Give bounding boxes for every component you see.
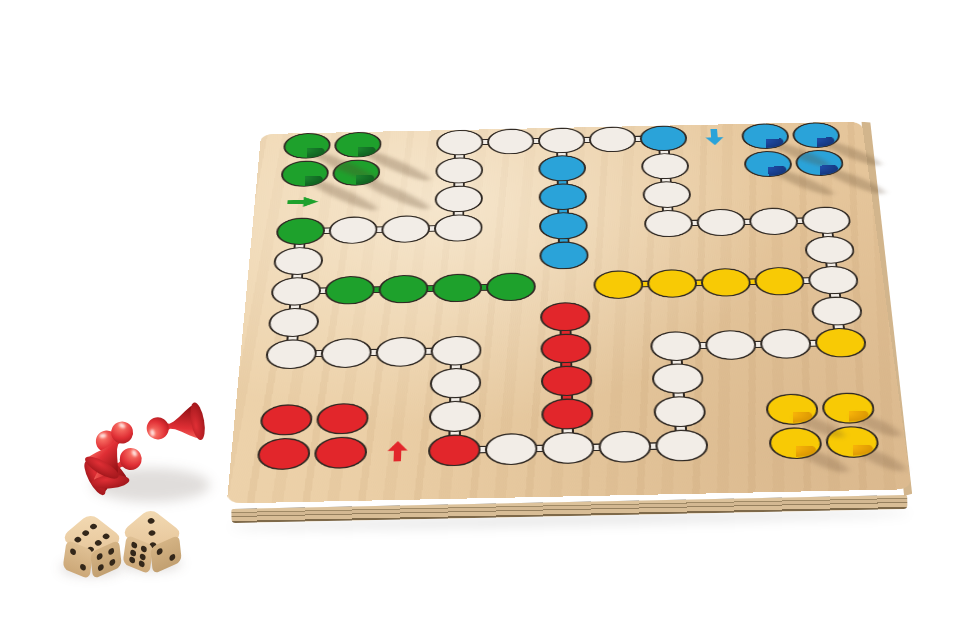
green-home-field[interactable] bbox=[486, 272, 536, 301]
pawn-head bbox=[783, 396, 807, 420]
yellow-home-field[interactable] bbox=[700, 268, 752, 297]
pawn-head bbox=[107, 418, 137, 448]
pawn-head bbox=[346, 102, 367, 123]
blue-home-field[interactable] bbox=[538, 155, 586, 182]
red-home-field[interactable] bbox=[541, 398, 594, 430]
track-field[interactable] bbox=[328, 216, 378, 244]
die-pip bbox=[108, 547, 114, 556]
die-pip bbox=[89, 523, 98, 531]
track-field[interactable] bbox=[434, 185, 483, 213]
track-field[interactable] bbox=[429, 368, 481, 399]
red-pawn[interactable] bbox=[144, 402, 207, 448]
die-pip bbox=[169, 553, 175, 562]
track-field[interactable] bbox=[810, 296, 864, 326]
yellow-pawn-shadow bbox=[852, 444, 910, 474]
track-field[interactable] bbox=[759, 329, 813, 360]
track-field[interactable] bbox=[704, 330, 757, 361]
die-pip bbox=[98, 563, 104, 572]
die-2[interactable] bbox=[122, 513, 184, 573]
track-field[interactable] bbox=[807, 266, 860, 295]
track-field[interactable] bbox=[653, 396, 707, 428]
track-field[interactable] bbox=[436, 129, 484, 156]
pawn-head bbox=[805, 92, 826, 113]
track-field[interactable] bbox=[800, 206, 852, 234]
green-home-link bbox=[420, 285, 440, 292]
die-pip bbox=[129, 556, 136, 564]
green-start-arrow-icon bbox=[287, 197, 319, 208]
track-field[interactable] bbox=[748, 207, 799, 235]
track-field[interactable] bbox=[651, 363, 704, 394]
track-field[interactable] bbox=[804, 236, 856, 265]
die-pip bbox=[130, 548, 137, 556]
blue-home-field[interactable] bbox=[539, 183, 588, 211]
track-field[interactable] bbox=[696, 208, 747, 236]
red-start-field[interactable] bbox=[428, 434, 481, 467]
track-field[interactable] bbox=[375, 337, 427, 368]
green-start-field[interactable] bbox=[275, 217, 326, 245]
green-home-field[interactable] bbox=[432, 273, 482, 302]
track-field[interactable] bbox=[644, 210, 694, 238]
yellow-home-field[interactable] bbox=[593, 270, 644, 299]
track-field[interactable] bbox=[650, 331, 703, 362]
die-pip bbox=[101, 532, 110, 540]
blue-start-arrow-icon bbox=[705, 129, 724, 146]
track-field[interactable] bbox=[542, 432, 595, 465]
pawn-head bbox=[780, 362, 803, 385]
blue-home-field[interactable] bbox=[539, 212, 588, 240]
pawn-head bbox=[808, 120, 829, 141]
pawn-head bbox=[840, 394, 864, 418]
blue-start-field[interactable] bbox=[639, 125, 688, 151]
track-field[interactable] bbox=[265, 339, 318, 370]
red-yard-field[interactable] bbox=[313, 436, 367, 469]
die-pip bbox=[109, 558, 115, 567]
die-pip bbox=[147, 529, 156, 537]
pawn-head bbox=[296, 103, 317, 124]
track-field[interactable] bbox=[641, 153, 690, 180]
track-field[interactable] bbox=[487, 128, 534, 154]
red-yard-field[interactable] bbox=[259, 404, 313, 436]
red-home-field[interactable] bbox=[540, 302, 591, 332]
die-pip bbox=[156, 547, 162, 556]
die-pip bbox=[79, 563, 86, 571]
track-field[interactable] bbox=[270, 277, 322, 306]
track-field[interactable] bbox=[538, 127, 586, 153]
die-pip bbox=[93, 539, 102, 547]
die-pip bbox=[140, 552, 147, 560]
die-pip bbox=[70, 547, 77, 555]
track-field[interactable] bbox=[381, 215, 431, 243]
track-field[interactable] bbox=[485, 433, 538, 466]
pawn-head bbox=[345, 129, 366, 150]
die-pip bbox=[147, 517, 156, 525]
track-field[interactable] bbox=[642, 181, 692, 209]
track-field[interactable] bbox=[598, 430, 652, 463]
track-field[interactable] bbox=[320, 338, 373, 369]
pawn-head bbox=[145, 416, 170, 441]
green-home-field[interactable] bbox=[324, 276, 375, 305]
ludo-board bbox=[227, 121, 912, 503]
track-field[interactable] bbox=[655, 429, 710, 462]
track-field[interactable] bbox=[429, 400, 482, 432]
yellow-home-field[interactable] bbox=[753, 267, 806, 296]
die-1[interactable] bbox=[62, 518, 124, 578]
die-pip bbox=[141, 545, 148, 553]
yellow-home-field[interactable] bbox=[647, 269, 698, 298]
die-pip bbox=[81, 530, 90, 538]
red-yard-field[interactable] bbox=[256, 437, 311, 470]
track-field[interactable] bbox=[267, 307, 319, 337]
pawn-head bbox=[757, 121, 778, 142]
red-home-field[interactable] bbox=[541, 365, 593, 396]
track-field[interactable] bbox=[434, 214, 483, 242]
red-yard-field[interactable] bbox=[316, 403, 370, 435]
track-field[interactable] bbox=[430, 335, 481, 366]
red-start-arrow-icon bbox=[387, 441, 408, 462]
blue-home-field[interactable] bbox=[539, 241, 589, 270]
yellow-start-field[interactable] bbox=[814, 327, 868, 358]
pawn-head bbox=[836, 361, 859, 384]
die-pip bbox=[138, 560, 145, 568]
die-pip bbox=[131, 541, 138, 549]
track-field[interactable] bbox=[273, 247, 324, 276]
ludo-photo-scene bbox=[0, 0, 960, 641]
green-home-field[interactable] bbox=[378, 274, 429, 303]
pawn-head bbox=[293, 130, 314, 151]
board-tilt-wrap bbox=[238, 0, 891, 627]
die-pip bbox=[96, 552, 102, 561]
pawn-head bbox=[754, 93, 775, 114]
track-field[interactable] bbox=[435, 157, 483, 184]
